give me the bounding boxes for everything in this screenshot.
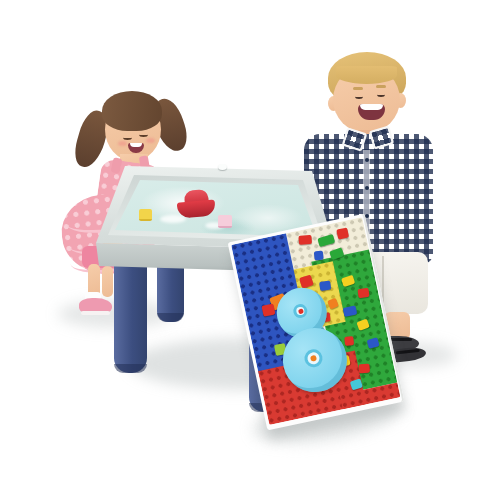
brick xyxy=(341,275,355,287)
boy-fringe xyxy=(336,66,397,84)
boat-hull xyxy=(177,199,216,218)
girl-blush xyxy=(118,141,127,146)
brick xyxy=(343,305,357,316)
brick xyxy=(298,234,312,244)
brick xyxy=(327,297,339,309)
boy-shirt-button xyxy=(365,158,369,162)
girl-eye xyxy=(123,135,132,140)
boy-shirt-button xyxy=(365,214,369,218)
boy-eyebrow xyxy=(376,85,386,88)
boy-eye xyxy=(355,94,363,99)
brick xyxy=(350,379,363,391)
brick xyxy=(366,338,379,350)
girl-sandal xyxy=(79,298,112,315)
brick xyxy=(344,336,354,346)
red-boat-toy xyxy=(175,188,219,222)
brick xyxy=(262,304,276,317)
pink-cube-toy xyxy=(218,215,232,228)
boy-shirt-button xyxy=(365,186,369,190)
product-photo-scene xyxy=(0,0,480,480)
boy-eye xyxy=(377,92,385,97)
brick xyxy=(319,281,331,292)
tray-knob xyxy=(218,164,227,170)
brick xyxy=(329,247,345,260)
brick xyxy=(314,250,324,260)
yellow-cube-toy xyxy=(139,209,152,221)
girl-blush xyxy=(146,138,155,143)
brick xyxy=(358,363,369,373)
girl-eye xyxy=(139,132,148,137)
brick xyxy=(317,234,335,247)
brick xyxy=(357,319,370,331)
boy-eyebrow xyxy=(353,87,363,90)
girl-hair xyxy=(102,91,162,131)
brick xyxy=(299,274,314,288)
brick xyxy=(336,228,348,239)
brick xyxy=(357,288,369,299)
